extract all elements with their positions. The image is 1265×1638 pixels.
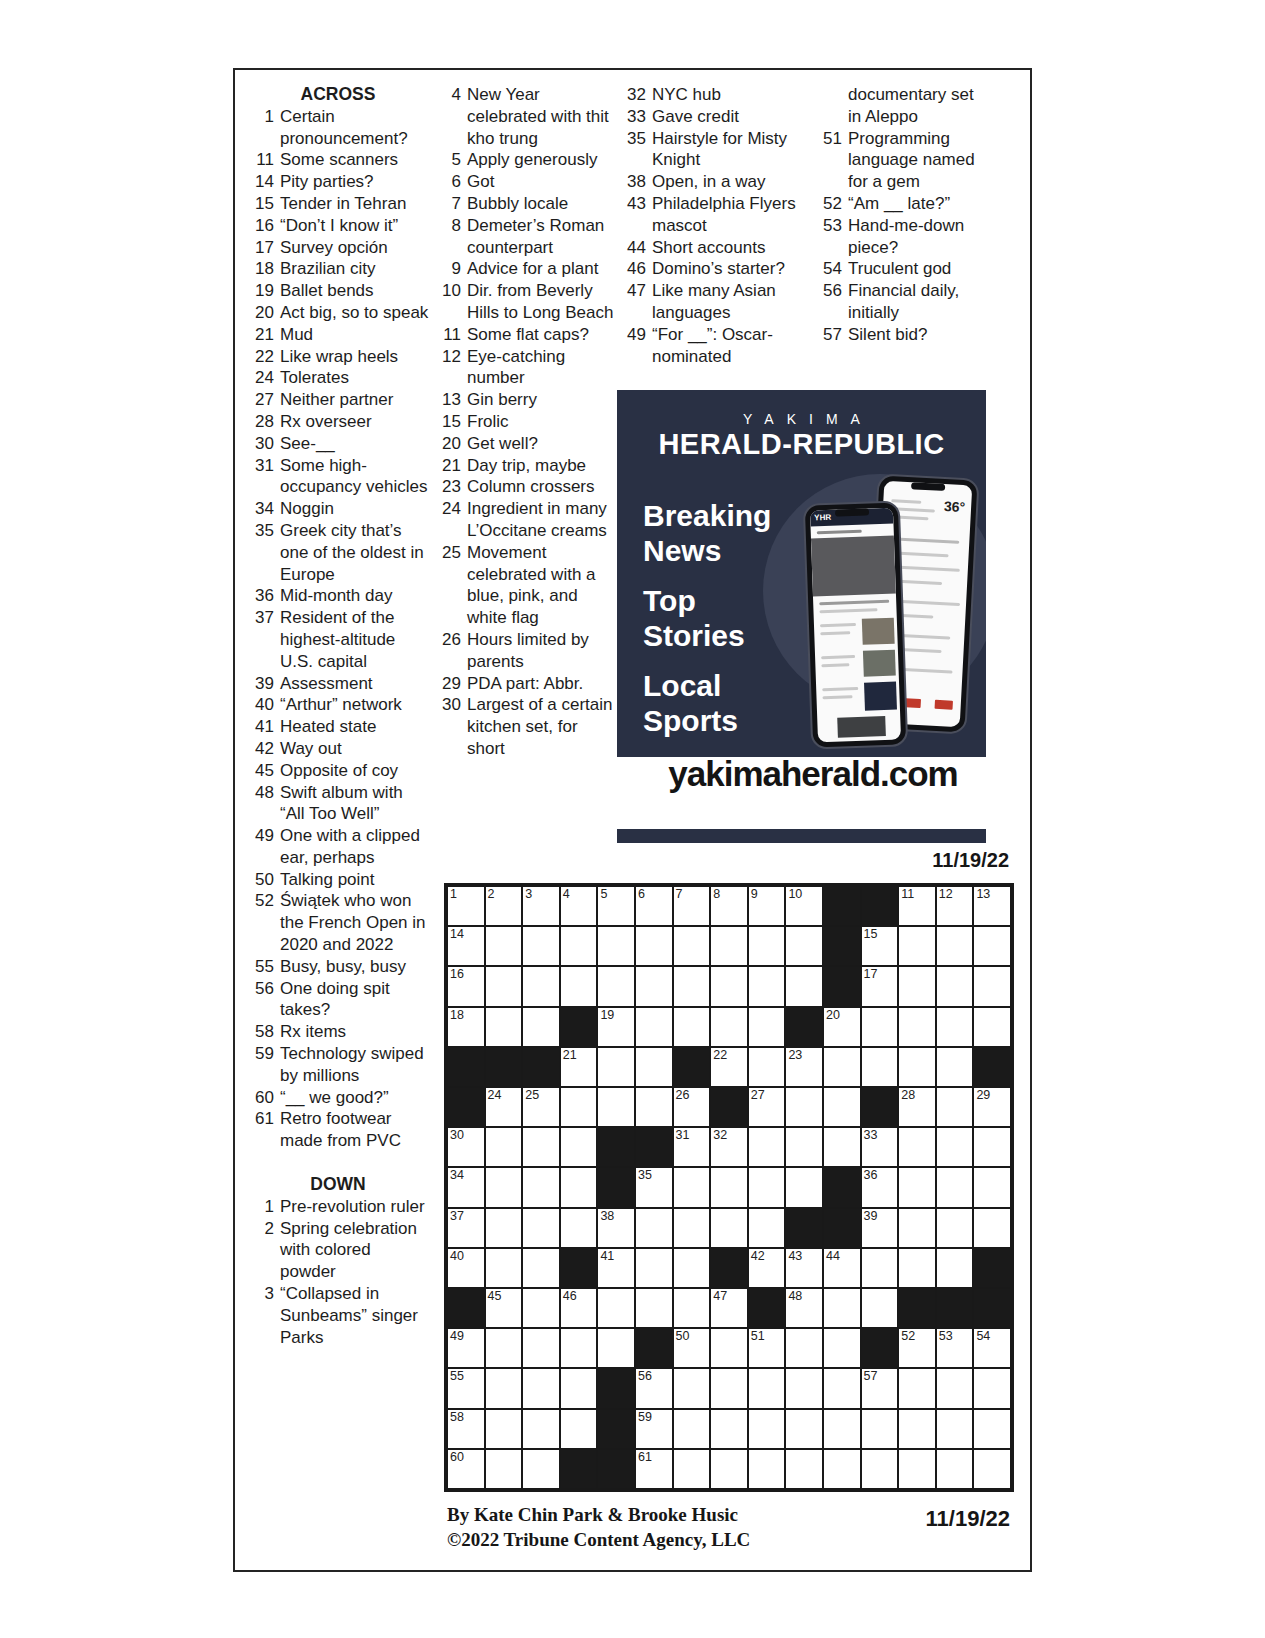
cell-r6c10[interactable]	[785, 1087, 823, 1127]
clue-number: 57	[815, 324, 848, 346]
cell-r4c3[interactable]	[522, 1007, 560, 1047]
cell-r7c4[interactable]	[560, 1127, 598, 1167]
cell-r12c9[interactable]: 51	[748, 1328, 786, 1368]
cell-r11c2[interactable]: 45	[485, 1288, 523, 1328]
cell-r13c8[interactable]	[710, 1368, 748, 1408]
cell-r13c1[interactable]: 55	[447, 1368, 485, 1408]
cell-r2c4[interactable]	[560, 926, 598, 966]
cell-number-13: 13	[976, 887, 990, 902]
cell-r2c9[interactable]	[748, 926, 786, 966]
cell-r4c6[interactable]	[635, 1007, 673, 1047]
cell-r7c11[interactable]	[823, 1127, 861, 1167]
cell-r8c10[interactable]	[785, 1167, 823, 1207]
cell-r7c9[interactable]	[748, 1127, 786, 1167]
cell-r13c9[interactable]	[748, 1368, 786, 1408]
clue-number: 15	[247, 193, 280, 215]
cell-r6c9[interactable]: 27	[748, 1087, 786, 1127]
black-cell-r11c15	[973, 1288, 1011, 1328]
cell-number-2: 2	[488, 887, 495, 902]
cell-r12c3[interactable]	[522, 1328, 560, 1368]
cell-r8c7[interactable]	[673, 1167, 711, 1207]
cell-r7c1[interactable]: 30	[447, 1127, 485, 1167]
black-cell-r15c4	[560, 1449, 598, 1489]
cell-r12c13[interactable]: 52	[898, 1328, 936, 1368]
cell-r10c9[interactable]: 42	[748, 1248, 786, 1288]
cell-r15c9[interactable]	[748, 1449, 786, 1489]
clue-58: 58Rx items	[247, 1021, 429, 1043]
cell-r4c14[interactable]	[936, 1007, 974, 1047]
cell-r12c2[interactable]	[485, 1328, 523, 1368]
cell-r4c5[interactable]: 19	[597, 1007, 635, 1047]
cell-r13c2[interactable]	[485, 1368, 523, 1408]
cell-r14c7[interactable]	[673, 1409, 711, 1449]
clue-number: 35	[247, 520, 280, 585]
clue-number: 26	[434, 629, 467, 673]
cell-r10c14[interactable]	[936, 1248, 974, 1288]
clue-52: 52“Am __ late?”	[815, 193, 991, 215]
cell-r9c8[interactable]	[710, 1208, 748, 1248]
cell-r1c10[interactable]: 10	[785, 886, 823, 926]
cell-r12c7[interactable]: 50	[673, 1328, 711, 1368]
cell-r10c5[interactable]: 41	[597, 1248, 635, 1288]
clue-text: Mid-month day	[280, 585, 429, 607]
cell-r1c6[interactable]: 6	[635, 886, 673, 926]
cell-r2c7[interactable]	[673, 926, 711, 966]
cell-r1c15[interactable]: 13	[973, 886, 1011, 926]
cell-r1c4[interactable]: 4	[560, 886, 598, 926]
crossword-grid: 1234567891011121314151617181920212223242…	[444, 883, 1014, 1492]
clue-text: Technology swiped by millions	[280, 1043, 429, 1087]
cell-r6c4[interactable]	[560, 1087, 598, 1127]
cell-r12c1[interactable]: 49	[447, 1328, 485, 1368]
cell-r2c3[interactable]	[522, 926, 560, 966]
cell-number-1: 1	[450, 887, 457, 902]
cell-r3c4[interactable]	[560, 966, 598, 1006]
cell-r10c11[interactable]: 44	[823, 1248, 861, 1288]
clue-number: 43	[619, 193, 652, 237]
clue-number: 28	[247, 411, 280, 433]
clue-text: Retro footwear made from PVC	[280, 1108, 429, 1152]
cell-r3c13[interactable]	[898, 966, 936, 1006]
divider-bar	[617, 829, 986, 843]
clue-43: 43Philadelphia Flyers mascot	[619, 193, 809, 237]
cell-r1c2[interactable]: 2	[485, 886, 523, 926]
cell-r3c3[interactable]	[522, 966, 560, 1006]
cell-r3c5[interactable]	[597, 966, 635, 1006]
cell-r10c10[interactable]: 43	[785, 1248, 823, 1288]
cell-r13c12[interactable]: 57	[861, 1368, 899, 1408]
cell-r5c8[interactable]: 22	[710, 1047, 748, 1087]
clue-49: 49“For __”: Oscar-nominated	[619, 324, 809, 368]
cell-r9c15[interactable]	[973, 1208, 1011, 1248]
cell-r1c5[interactable]: 5	[597, 886, 635, 926]
cell-r15c12[interactable]	[861, 1449, 899, 1489]
cell-r8c15[interactable]	[973, 1167, 1011, 1207]
clue-45: 45Opposite of coy	[247, 760, 429, 782]
clue-text: Świątek who won the French Open in 2020 …	[280, 890, 429, 955]
cell-r4c7[interactable]	[673, 1007, 711, 1047]
cell-r14c10[interactable]	[785, 1409, 823, 1449]
cell-r10c1[interactable]: 40	[447, 1248, 485, 1288]
cell-r14c3[interactable]	[522, 1409, 560, 1449]
clue-31: 31Some high-occupancy vehicles	[247, 455, 429, 499]
cell-r15c14[interactable]	[936, 1449, 974, 1489]
cell-r5c5[interactable]	[597, 1047, 635, 1087]
cell-r9c13[interactable]	[898, 1208, 936, 1248]
cell-r2c8[interactable]	[710, 926, 748, 966]
cell-r3c1[interactable]: 16	[447, 966, 485, 1006]
clue-11: 11Some flat caps?	[434, 324, 617, 346]
clue-60: 60“__ we good?”	[247, 1087, 429, 1109]
clue-text: Spring celebration with colored powder	[280, 1218, 429, 1283]
clue-text: Eye-catching number	[467, 346, 617, 390]
clue-18: 18Brazilian city	[247, 258, 429, 280]
clue-number: 5	[434, 149, 467, 171]
cell-r10c13[interactable]	[898, 1248, 936, 1288]
cell-r8c12[interactable]: 36	[861, 1167, 899, 1207]
cell-r13c4[interactable]	[560, 1368, 598, 1408]
cell-r9c6[interactable]	[635, 1208, 673, 1248]
clue-text: Demeter’s Roman counterpart	[467, 215, 617, 259]
cell-r14c4[interactable]	[560, 1409, 598, 1449]
cell-r2c12[interactable]: 15	[861, 926, 899, 966]
clue-text: Resident of the highest-altitude U.S. ca…	[280, 607, 429, 672]
cell-r9c9[interactable]	[748, 1208, 786, 1248]
clue-4: 4New Year celebrated with thit kho trung	[434, 84, 617, 149]
cell-r2c5[interactable]	[597, 926, 635, 966]
cell-r7c15[interactable]	[973, 1127, 1011, 1167]
cell-r15c6[interactable]: 61	[635, 1449, 673, 1489]
cell-r7c3[interactable]	[522, 1127, 560, 1167]
website-url[interactable]: yakimaherald.com	[617, 754, 1009, 794]
black-cell-r11c14	[936, 1288, 974, 1328]
cell-r11c6[interactable]	[635, 1288, 673, 1328]
cell-r6c2[interactable]: 24	[485, 1087, 523, 1127]
cell-r15c13[interactable]	[898, 1449, 936, 1489]
cell-r6c14[interactable]	[936, 1087, 974, 1127]
cell-r9c1[interactable]: 37	[447, 1208, 485, 1248]
cell-r4c1[interactable]: 18	[447, 1007, 485, 1047]
clue-number: 39	[247, 673, 280, 695]
clue-number: 49	[619, 324, 652, 368]
cell-r13c15[interactable]	[973, 1368, 1011, 1408]
clue-text: Survey opción	[280, 237, 429, 259]
cell-r4c12[interactable]	[861, 1007, 899, 1047]
clue-text: One doing spit takes?	[280, 978, 429, 1022]
cell-r9c14[interactable]	[936, 1208, 974, 1248]
phone-screen: YHR	[810, 508, 901, 743]
cell-r5c6[interactable]	[635, 1047, 673, 1087]
news-photo	[811, 536, 896, 597]
clue-text: Rx items	[280, 1021, 429, 1043]
clue-text: Greek city that’s one of the oldest in E…	[280, 520, 429, 585]
cell-r14c11[interactable]	[823, 1409, 861, 1449]
cell-number-52: 52	[901, 1329, 915, 1344]
cell-r10c12[interactable]	[861, 1248, 899, 1288]
clue-text: Like wrap heels	[280, 346, 429, 368]
cell-r4c2[interactable]	[485, 1007, 523, 1047]
clue-text: Mud	[280, 324, 429, 346]
black-cell-r10c4	[560, 1248, 598, 1288]
cell-r5c12[interactable]	[861, 1047, 899, 1087]
cell-r14c8[interactable]	[710, 1409, 748, 1449]
cell-number-7: 7	[676, 887, 683, 902]
cell-r3c6[interactable]	[635, 966, 673, 1006]
cell-r12c4[interactable]	[560, 1328, 598, 1368]
cell-number-25: 25	[525, 1088, 539, 1103]
cell-number-16: 16	[450, 967, 464, 982]
cell-r13c3[interactable]	[522, 1368, 560, 1408]
clue-text: Hairstyle for Misty Knight	[652, 128, 809, 172]
clue-number: 59	[247, 1043, 280, 1087]
cell-r8c13[interactable]	[898, 1167, 936, 1207]
cell-r9c4[interactable]	[560, 1208, 598, 1248]
clue-text: Swift album with “All Too Well”	[280, 782, 429, 826]
cell-r12c14[interactable]: 53	[936, 1328, 974, 1368]
cell-r13c11[interactable]	[823, 1368, 861, 1408]
cell-r6c11[interactable]	[823, 1087, 861, 1127]
cell-r1c3[interactable]: 3	[522, 886, 560, 926]
cell-r14c14[interactable]	[936, 1409, 974, 1449]
cell-r6c7[interactable]: 26	[673, 1087, 711, 1127]
cell-r2c6[interactable]	[635, 926, 673, 966]
black-cell-r4c4	[560, 1007, 598, 1047]
cell-r1c1[interactable]: 1	[447, 886, 485, 926]
cell-r7c7[interactable]: 31	[673, 1127, 711, 1167]
cell-r11c10[interactable]: 48	[785, 1288, 823, 1328]
cell-r9c5[interactable]: 38	[597, 1208, 635, 1248]
cell-r8c6[interactable]: 35	[635, 1167, 673, 1207]
cell-r7c13[interactable]	[898, 1127, 936, 1167]
cell-r10c7[interactable]	[673, 1248, 711, 1288]
cell-r15c11[interactable]	[823, 1449, 861, 1489]
black-cell-r10c15	[973, 1248, 1011, 1288]
cell-r10c2[interactable]	[485, 1248, 523, 1288]
cell-r10c3[interactable]	[522, 1248, 560, 1288]
cell-r8c2[interactable]	[485, 1167, 523, 1207]
cell-r4c11[interactable]: 20	[823, 1007, 861, 1047]
clue-text: Hand-me-down piece?	[848, 215, 991, 259]
cell-r8c14[interactable]	[936, 1167, 974, 1207]
cell-number-53: 53	[939, 1329, 953, 1344]
clue-20: 20Act big, so to speak	[247, 302, 429, 324]
cell-number-35: 35	[638, 1168, 652, 1183]
cell-number-39: 39	[864, 1209, 878, 1224]
cell-r15c10[interactable]	[785, 1449, 823, 1489]
cell-r7c10[interactable]	[785, 1127, 823, 1167]
cell-r14c13[interactable]	[898, 1409, 936, 1449]
cell-r5c13[interactable]	[898, 1047, 936, 1087]
clue-1: 1Pre-revolution ruler	[247, 1196, 429, 1218]
cell-r1c7[interactable]: 7	[673, 886, 711, 926]
clue-number: 17	[247, 237, 280, 259]
cell-r5c4[interactable]: 21	[560, 1047, 598, 1087]
cell-r8c3[interactable]	[522, 1167, 560, 1207]
clue-56: 56Financial daily, initially	[815, 280, 991, 324]
cell-r11c8[interactable]: 47	[710, 1288, 748, 1328]
cell-r11c4[interactable]: 46	[560, 1288, 598, 1328]
cell-number-5: 5	[600, 887, 607, 902]
cell-r4c8[interactable]	[710, 1007, 748, 1047]
cell-r5c14[interactable]	[936, 1047, 974, 1087]
cell-r13c14[interactable]	[936, 1368, 974, 1408]
clue-text: “Am __ late?”	[848, 193, 991, 215]
clue-42: 42Way out	[247, 738, 429, 760]
cell-r12c10[interactable]	[785, 1328, 823, 1368]
clue-53: 53Hand-me-down piece?	[815, 215, 991, 259]
cell-r3c8[interactable]	[710, 966, 748, 1006]
cell-r8c8[interactable]	[710, 1167, 748, 1207]
clue-28: 28Rx overseer	[247, 411, 429, 433]
ad-feature: Breaking News	[643, 498, 771, 568]
clue-number: 44	[619, 237, 652, 259]
puzzle-date-bottom: 11/19/22	[700, 1506, 1010, 1532]
cell-r6c5[interactable]	[597, 1087, 635, 1127]
clue-number: 37	[247, 607, 280, 672]
cell-r15c1[interactable]: 60	[447, 1449, 485, 1489]
ad-feature: Local Sports	[643, 668, 771, 738]
cell-r14c2[interactable]	[485, 1409, 523, 1449]
cell-r4c15[interactable]	[973, 1007, 1011, 1047]
clue-number: 20	[247, 302, 280, 324]
cell-r5c9[interactable]	[748, 1047, 786, 1087]
cell-r12c15[interactable]: 54	[973, 1328, 1011, 1368]
clue-list-header-across: ACROSS	[247, 84, 429, 106]
cell-number-17: 17	[864, 967, 878, 982]
clue-text: Way out	[280, 738, 429, 760]
cell-number-28: 28	[901, 1088, 915, 1103]
cell-number-36: 36	[864, 1168, 878, 1183]
cell-r13c7[interactable]	[673, 1368, 711, 1408]
clue-text: Column crossers	[467, 476, 617, 498]
ad-feature-list: Breaking NewsTop StoriesLocal Sports	[643, 498, 771, 753]
cell-r14c9[interactable]	[748, 1409, 786, 1449]
cell-r3c15[interactable]	[973, 966, 1011, 1006]
clue-32: 32NYC hub	[619, 84, 809, 106]
clue-40: 40“Arthur” network	[247, 694, 429, 716]
cell-r11c7[interactable]	[673, 1288, 711, 1328]
cell-number-48: 48	[788, 1289, 802, 1304]
news-thumb-3	[864, 682, 897, 711]
cell-r14c1[interactable]: 58	[447, 1409, 485, 1449]
cell-r9c7[interactable]	[673, 1208, 711, 1248]
clue-10: 10Dir. from Beverly Hills to Long Beach	[434, 280, 617, 324]
cell-r13c10[interactable]	[785, 1368, 823, 1408]
cell-r15c7[interactable]	[673, 1449, 711, 1489]
cell-r6c15[interactable]: 29	[973, 1087, 1011, 1127]
cell-r11c3[interactable]	[522, 1288, 560, 1328]
clue-text: Gave credit	[652, 106, 809, 128]
cell-number-57: 57	[864, 1369, 878, 1384]
cell-r8c9[interactable]	[748, 1167, 786, 1207]
clue-text: New Year celebrated with thit kho trung	[467, 84, 617, 149]
cell-r4c13[interactable]	[898, 1007, 936, 1047]
cell-r6c6[interactable]	[635, 1087, 673, 1127]
cell-r14c12[interactable]	[861, 1409, 899, 1449]
clue-57: 57Silent bid?	[815, 324, 991, 346]
cell-r6c3[interactable]: 25	[522, 1087, 560, 1127]
cell-r3c14[interactable]	[936, 966, 974, 1006]
cell-r5c10[interactable]: 23	[785, 1047, 823, 1087]
temperature-reading: 36°	[944, 498, 966, 515]
cell-r2c1[interactable]: 14	[447, 926, 485, 966]
cell-r5c11[interactable]	[823, 1047, 861, 1087]
cell-r8c4[interactable]	[560, 1167, 598, 1207]
cell-number-41: 41	[600, 1249, 614, 1264]
clue-continuation: documentary set in Aleppo	[815, 84, 991, 128]
cell-r6c13[interactable]: 28	[898, 1087, 936, 1127]
cell-r2c10[interactable]	[785, 926, 823, 966]
cell-r7c8[interactable]: 32	[710, 1127, 748, 1167]
clue-15: 15Tender in Tehran	[247, 193, 429, 215]
cell-r8c1[interactable]: 34	[447, 1167, 485, 1207]
cell-r7c14[interactable]	[936, 1127, 974, 1167]
clue-26: 26Hours limited by parents	[434, 629, 617, 673]
cell-r11c5[interactable]	[597, 1288, 635, 1328]
cell-number-19: 19	[600, 1008, 614, 1023]
cell-r12c11[interactable]	[823, 1328, 861, 1368]
cell-r15c15[interactable]	[973, 1449, 1011, 1489]
cell-number-56: 56	[638, 1369, 652, 1384]
news-app-logo: YHR	[814, 513, 831, 523]
clue-number: 6	[434, 171, 467, 193]
cell-r9c12[interactable]: 39	[861, 1208, 899, 1248]
cell-number-58: 58	[450, 1410, 464, 1425]
cell-r3c2[interactable]	[485, 966, 523, 1006]
cell-r3c12[interactable]: 17	[861, 966, 899, 1006]
cell-r1c9[interactable]: 9	[748, 886, 786, 926]
cell-r13c13[interactable]	[898, 1368, 936, 1408]
cell-r13c6[interactable]: 56	[635, 1368, 673, 1408]
clue-number: 49	[247, 825, 280, 869]
cell-r10c6[interactable]	[635, 1248, 673, 1288]
herald-republic-ad[interactable]: YAKIMA HERALD-REPUBLIC Breaking NewsTop …	[617, 390, 986, 757]
clue-text: Talking point	[280, 869, 429, 891]
cell-r7c12[interactable]: 33	[861, 1127, 899, 1167]
cell-r11c11[interactable]	[823, 1288, 861, 1328]
cell-r1c14[interactable]: 12	[936, 886, 974, 926]
cell-number-26: 26	[676, 1088, 690, 1103]
cell-r15c8[interactable]	[710, 1449, 748, 1489]
cell-r4c9[interactable]	[748, 1007, 786, 1047]
cell-r2c13[interactable]	[898, 926, 936, 966]
cell-r9c3[interactable]	[522, 1208, 560, 1248]
cell-number-6: 6	[638, 887, 645, 902]
cell-r1c13[interactable]: 11	[898, 886, 936, 926]
cell-r2c15[interactable]	[973, 926, 1011, 966]
cell-r2c2[interactable]	[485, 926, 523, 966]
cell-r14c6[interactable]: 59	[635, 1409, 673, 1449]
cell-r2c14[interactable]	[936, 926, 974, 966]
cell-r3c7[interactable]	[673, 966, 711, 1006]
clue-number: 38	[619, 171, 652, 193]
cell-r14c15[interactable]	[973, 1409, 1011, 1449]
cell-r15c2[interactable]	[485, 1449, 523, 1489]
black-cell-r8c11	[823, 1167, 861, 1207]
clue-text: Got	[467, 171, 617, 193]
cell-number-22: 22	[713, 1048, 727, 1063]
cell-r11c12[interactable]	[861, 1288, 899, 1328]
cell-r12c8[interactable]	[710, 1328, 748, 1368]
cell-r3c9[interactable]	[748, 966, 786, 1006]
cell-r3c10[interactable]	[785, 966, 823, 1006]
cell-number-37: 37	[450, 1209, 464, 1224]
cell-r12c5[interactable]	[597, 1328, 635, 1368]
cell-r7c2[interactable]	[485, 1127, 523, 1167]
cell-r1c8[interactable]: 8	[710, 886, 748, 926]
cell-r9c2[interactable]	[485, 1208, 523, 1248]
cell-r15c3[interactable]	[522, 1449, 560, 1489]
